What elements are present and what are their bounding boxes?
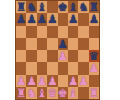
black-queen[interactable]: ♛ xyxy=(89,50,99,62)
square-f4[interactable] xyxy=(68,50,78,62)
white-pawn[interactable]: ♟ xyxy=(37,75,47,87)
square-h5[interactable] xyxy=(89,38,99,50)
square-b6[interactable] xyxy=(26,26,36,38)
square-g2[interactable]: ♟ xyxy=(78,75,88,87)
square-c3[interactable] xyxy=(37,62,47,74)
square-h6[interactable] xyxy=(89,26,99,38)
black-bishop[interactable]: ♝ xyxy=(37,1,47,13)
square-e1[interactable]: ♚ xyxy=(58,87,68,99)
white-pawn[interactable]: ♟ xyxy=(68,75,78,87)
white-bishop[interactable]: ♝ xyxy=(68,87,78,99)
square-c5[interactable] xyxy=(37,38,47,50)
square-b7[interactable]: ♟ xyxy=(26,13,36,25)
square-f6[interactable] xyxy=(68,26,78,38)
square-a3[interactable] xyxy=(16,62,26,74)
square-d4[interactable] xyxy=(47,50,57,62)
square-g3[interactable] xyxy=(78,62,88,74)
black-king[interactable]: ♚ xyxy=(58,1,68,13)
square-e8[interactable]: ♚ xyxy=(58,1,68,13)
square-e2[interactable] xyxy=(58,75,68,87)
square-g4[interactable] xyxy=(78,50,88,62)
white-pawn[interactable]: ♟ xyxy=(16,75,26,87)
black-knight[interactable]: ♞ xyxy=(78,1,88,13)
square-h7[interactable]: ♟ xyxy=(89,13,99,25)
square-e4[interactable]: ♟ xyxy=(58,50,68,62)
square-g7[interactable] xyxy=(78,13,88,25)
black-rook[interactable]: ♜ xyxy=(89,1,99,13)
black-knight[interactable]: ♞ xyxy=(26,1,36,13)
square-g6[interactable] xyxy=(78,26,88,38)
square-d2[interactable]: ♟ xyxy=(47,75,57,87)
square-c4[interactable] xyxy=(37,50,47,62)
white-bishop[interactable]: ♝ xyxy=(37,87,47,99)
square-a6[interactable] xyxy=(16,26,26,38)
square-b3[interactable] xyxy=(26,62,36,74)
chess-board: ♜♞♝♚♝♞♜♟♟♟♟♟♟♟♟♛♟♟♟♟♟♟♟♜♞♝♛♚♝♜ xyxy=(15,0,100,100)
square-b2[interactable]: ♟ xyxy=(26,75,36,87)
square-b1[interactable]: ♞ xyxy=(26,87,36,99)
black-pawn[interactable]: ♟ xyxy=(89,13,99,25)
square-c8[interactable]: ♝ xyxy=(37,1,47,13)
square-d1[interactable]: ♛ xyxy=(47,87,57,99)
black-bishop[interactable]: ♝ xyxy=(68,1,78,13)
square-e3[interactable] xyxy=(58,62,68,74)
white-rook[interactable]: ♜ xyxy=(89,87,99,99)
square-c7[interactable]: ♟ xyxy=(37,13,47,25)
square-e5[interactable]: ♟ xyxy=(58,38,68,50)
square-e6[interactable] xyxy=(58,26,68,38)
square-h4[interactable]: ♛ xyxy=(89,50,99,62)
square-a4[interactable] xyxy=(16,50,26,62)
square-d7[interactable]: ♟ xyxy=(47,13,57,25)
square-a5[interactable] xyxy=(16,38,26,50)
square-e7[interactable] xyxy=(58,13,68,25)
black-pawn[interactable]: ♟ xyxy=(58,38,68,50)
square-h3[interactable]: ♟ xyxy=(89,62,99,74)
square-d8[interactable] xyxy=(47,1,57,13)
square-g8[interactable]: ♞ xyxy=(78,1,88,13)
white-pawn[interactable]: ♟ xyxy=(89,62,99,74)
black-pawn[interactable]: ♟ xyxy=(37,13,47,25)
square-a2[interactable]: ♟ xyxy=(16,75,26,87)
black-pawn[interactable]: ♟ xyxy=(16,13,26,25)
white-pawn[interactable]: ♟ xyxy=(26,75,36,87)
square-f3[interactable] xyxy=(68,62,78,74)
black-rook[interactable]: ♜ xyxy=(16,1,26,13)
square-d6[interactable] xyxy=(47,26,57,38)
square-f8[interactable]: ♝ xyxy=(68,1,78,13)
white-rook[interactable]: ♜ xyxy=(16,87,26,99)
square-f5[interactable] xyxy=(68,38,78,50)
page-background: ♜♞♝♚♝♞♜♟♟♟♟♟♟♟♟♛♟♟♟♟♟♟♟♜♞♝♛♚♝♜ xyxy=(0,0,120,100)
white-pawn[interactable]: ♟ xyxy=(47,75,57,87)
square-a8[interactable]: ♜ xyxy=(16,1,26,13)
square-c2[interactable]: ♟ xyxy=(37,75,47,87)
square-a1[interactable]: ♜ xyxy=(16,87,26,99)
square-g1[interactable] xyxy=(78,87,88,99)
square-d5[interactable] xyxy=(47,38,57,50)
square-d3[interactable] xyxy=(47,62,57,74)
square-b4[interactable] xyxy=(26,50,36,62)
square-a7[interactable]: ♟ xyxy=(16,13,26,25)
white-pawn[interactable]: ♟ xyxy=(58,50,68,62)
square-f7[interactable]: ♟ xyxy=(68,13,78,25)
square-f2[interactable]: ♟ xyxy=(68,75,78,87)
white-pawn[interactable]: ♟ xyxy=(78,75,88,87)
square-g5[interactable] xyxy=(78,38,88,50)
square-c1[interactable]: ♝ xyxy=(37,87,47,99)
white-knight[interactable]: ♞ xyxy=(26,87,36,99)
square-h1[interactable]: ♜ xyxy=(89,87,99,99)
square-h8[interactable]: ♜ xyxy=(89,1,99,13)
white-king[interactable]: ♚ xyxy=(58,87,68,99)
square-b8[interactable]: ♞ xyxy=(26,1,36,13)
white-queen[interactable]: ♛ xyxy=(47,87,57,99)
square-h2[interactable] xyxy=(89,75,99,87)
black-pawn[interactable]: ♟ xyxy=(68,13,78,25)
square-f1[interactable]: ♝ xyxy=(68,87,78,99)
black-pawn[interactable]: ♟ xyxy=(47,13,57,25)
square-c6[interactable] xyxy=(37,26,47,38)
black-pawn[interactable]: ♟ xyxy=(26,13,36,25)
square-b5[interactable] xyxy=(26,38,36,50)
